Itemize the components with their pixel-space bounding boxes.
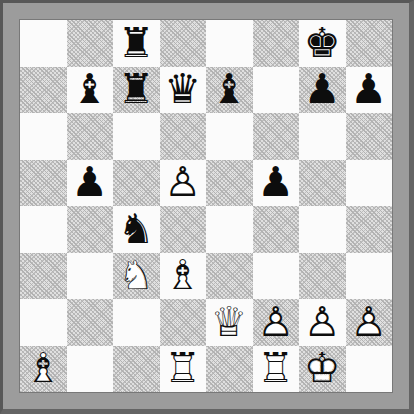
square-f5[interactable]: ♟ bbox=[253, 160, 300, 207]
piece-white-rook[interactable]: ♜♖ bbox=[160, 346, 207, 393]
square-c2[interactable] bbox=[113, 299, 160, 346]
square-g1[interactable]: ♚♔ bbox=[299, 346, 346, 393]
white-queen-icon: ♕ bbox=[206, 299, 253, 346]
square-g4[interactable] bbox=[299, 206, 346, 253]
square-e1[interactable] bbox=[206, 346, 253, 393]
piece-white-bishop[interactable]: ♝♗ bbox=[160, 253, 207, 300]
black-rook-icon: ♜ bbox=[113, 20, 160, 67]
piece-white-pawn[interactable]: ♟♙ bbox=[160, 160, 207, 207]
square-h5[interactable] bbox=[346, 160, 393, 207]
square-b6[interactable] bbox=[67, 113, 114, 160]
piece-white-knight[interactable]: ♞♘ bbox=[113, 253, 160, 300]
piece-black-king[interactable]: ♚ bbox=[299, 20, 346, 67]
square-b8[interactable] bbox=[67, 20, 114, 67]
square-h6[interactable] bbox=[346, 113, 393, 160]
black-knight-icon: ♞ bbox=[113, 206, 160, 253]
square-e7[interactable]: ♝ bbox=[206, 67, 253, 114]
white-pawn-icon: ♙ bbox=[160, 160, 207, 207]
square-a7[interactable] bbox=[20, 67, 67, 114]
square-a6[interactable] bbox=[20, 113, 67, 160]
square-f7[interactable] bbox=[253, 67, 300, 114]
white-rook-icon: ♖ bbox=[253, 346, 300, 393]
square-g3[interactable] bbox=[299, 253, 346, 300]
square-e5[interactable] bbox=[206, 160, 253, 207]
square-h1[interactable] bbox=[346, 346, 393, 393]
square-b5[interactable]: ♟ bbox=[67, 160, 114, 207]
square-a1[interactable]: ♝♗ bbox=[20, 346, 67, 393]
square-e2[interactable]: ♛♕ bbox=[206, 299, 253, 346]
white-pawn-icon: ♙ bbox=[299, 299, 346, 346]
piece-white-queen[interactable]: ♛♕ bbox=[206, 299, 253, 346]
white-knight-icon: ♘ bbox=[113, 253, 160, 300]
black-rook-icon: ♜ bbox=[113, 67, 160, 114]
square-f8[interactable] bbox=[253, 20, 300, 67]
square-f3[interactable] bbox=[253, 253, 300, 300]
piece-white-pawn[interactable]: ♟♙ bbox=[346, 299, 393, 346]
board-frame: ♜♚♝♜♛♝♟♟♟♟♙♟♞♞♘♝♗♛♕♟♙♟♙♟♙♝♗♜♖♜♖♚♔ bbox=[0, 0, 414, 414]
square-g8[interactable]: ♚ bbox=[299, 20, 346, 67]
square-f4[interactable] bbox=[253, 206, 300, 253]
white-rook-icon: ♖ bbox=[160, 346, 207, 393]
square-e4[interactable] bbox=[206, 206, 253, 253]
piece-black-queen[interactable]: ♛ bbox=[160, 67, 207, 114]
square-d8[interactable] bbox=[160, 20, 207, 67]
square-d7[interactable]: ♛ bbox=[160, 67, 207, 114]
chess-board: ♜♚♝♜♛♝♟♟♟♟♙♟♞♞♘♝♗♛♕♟♙♟♙♟♙♝♗♜♖♜♖♚♔ bbox=[19, 19, 393, 393]
square-c4[interactable]: ♞ bbox=[113, 206, 160, 253]
black-pawn-icon: ♟ bbox=[346, 67, 393, 114]
square-c1[interactable] bbox=[113, 346, 160, 393]
white-king-icon: ♔ bbox=[299, 346, 346, 393]
piece-black-bishop[interactable]: ♝ bbox=[206, 67, 253, 114]
square-g7[interactable]: ♟ bbox=[299, 67, 346, 114]
piece-black-rook[interactable]: ♜ bbox=[113, 20, 160, 67]
square-h2[interactable]: ♟♙ bbox=[346, 299, 393, 346]
square-g5[interactable] bbox=[299, 160, 346, 207]
piece-white-pawn[interactable]: ♟♙ bbox=[299, 299, 346, 346]
square-d5[interactable]: ♟♙ bbox=[160, 160, 207, 207]
square-b2[interactable] bbox=[67, 299, 114, 346]
square-b3[interactable] bbox=[67, 253, 114, 300]
black-bishop-icon: ♝ bbox=[67, 67, 114, 114]
piece-black-knight[interactable]: ♞ bbox=[113, 206, 160, 253]
white-bishop-icon: ♗ bbox=[20, 346, 67, 393]
piece-white-rook[interactable]: ♜♖ bbox=[253, 346, 300, 393]
black-king-icon: ♚ bbox=[299, 20, 346, 67]
square-d1[interactable]: ♜♖ bbox=[160, 346, 207, 393]
black-bishop-icon: ♝ bbox=[206, 67, 253, 114]
square-b7[interactable]: ♝ bbox=[67, 67, 114, 114]
square-a4[interactable] bbox=[20, 206, 67, 253]
square-h4[interactable] bbox=[346, 206, 393, 253]
square-a8[interactable] bbox=[20, 20, 67, 67]
square-c7[interactable]: ♜ bbox=[113, 67, 160, 114]
black-pawn-icon: ♟ bbox=[253, 160, 300, 207]
piece-white-bishop[interactable]: ♝♗ bbox=[20, 346, 67, 393]
white-pawn-icon: ♙ bbox=[346, 299, 393, 346]
square-a5[interactable] bbox=[20, 160, 67, 207]
square-f6[interactable] bbox=[253, 113, 300, 160]
piece-black-bishop[interactable]: ♝ bbox=[67, 67, 114, 114]
square-g2[interactable]: ♟♙ bbox=[299, 299, 346, 346]
square-c5[interactable] bbox=[113, 160, 160, 207]
square-e8[interactable] bbox=[206, 20, 253, 67]
square-c6[interactable] bbox=[113, 113, 160, 160]
piece-black-pawn[interactable]: ♟ bbox=[346, 67, 393, 114]
black-queen-icon: ♛ bbox=[160, 67, 207, 114]
square-d6[interactable] bbox=[160, 113, 207, 160]
square-c8[interactable]: ♜ bbox=[113, 20, 160, 67]
square-a3[interactable] bbox=[20, 253, 67, 300]
piece-white-pawn[interactable]: ♟♙ bbox=[253, 299, 300, 346]
square-d2[interactable] bbox=[160, 299, 207, 346]
square-d4[interactable] bbox=[160, 206, 207, 253]
square-h3[interactable] bbox=[346, 253, 393, 300]
black-pawn-icon: ♟ bbox=[67, 160, 114, 207]
square-b1[interactable] bbox=[67, 346, 114, 393]
white-pawn-icon: ♙ bbox=[253, 299, 300, 346]
piece-black-pawn[interactable]: ♟ bbox=[299, 67, 346, 114]
square-h8[interactable] bbox=[346, 20, 393, 67]
square-a2[interactable] bbox=[20, 299, 67, 346]
square-d3[interactable]: ♝♗ bbox=[160, 253, 207, 300]
piece-black-rook[interactable]: ♜ bbox=[113, 67, 160, 114]
square-g6[interactable] bbox=[299, 113, 346, 160]
square-e6[interactable] bbox=[206, 113, 253, 160]
square-c3[interactable]: ♞♘ bbox=[113, 253, 160, 300]
piece-black-pawn[interactable]: ♟ bbox=[253, 160, 300, 207]
square-e3[interactable] bbox=[206, 253, 253, 300]
white-bishop-icon: ♗ bbox=[160, 253, 207, 300]
square-f1[interactable]: ♜♖ bbox=[253, 346, 300, 393]
black-pawn-icon: ♟ bbox=[299, 67, 346, 114]
piece-white-king[interactable]: ♚♔ bbox=[299, 346, 346, 393]
piece-black-pawn[interactable]: ♟ bbox=[67, 160, 114, 207]
square-f2[interactable]: ♟♙ bbox=[253, 299, 300, 346]
square-b4[interactable] bbox=[67, 206, 114, 253]
square-h7[interactable]: ♟ bbox=[346, 67, 393, 114]
